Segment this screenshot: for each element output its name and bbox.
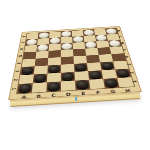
- black-man-glyph: ⛂: [104, 78, 118, 87]
- white-man-glyph: ⛀: [61, 31, 71, 37]
- rank-label-2: 2: [124, 70, 139, 75]
- rank-label-5: 5: [117, 48, 130, 52]
- white-man-glyph: ⛀: [85, 41, 96, 47]
- white-man-glyph: ⛀: [62, 43, 73, 49]
- checkers-board[interactable]: ⛀⛀⛀⛀⛀⛀⛀⛀⛀⛀⛀⛀⛂⛂⛂⛂⛂⛂⛂⛂⛂⛂⛂⛂ ABCDEFGH 876543…: [8, 26, 142, 100]
- checker-black[interactable]: ⛂: [47, 82, 60, 91]
- checker-black[interactable]: ⛂: [76, 80, 89, 89]
- black-man-glyph: ⛂: [76, 80, 89, 89]
- black-man-glyph: ⛂: [89, 70, 102, 78]
- rank-label-1: 1: [7, 86, 22, 91]
- rank-label-3: 3: [122, 62, 136, 67]
- white-man-glyph: ⛀: [84, 30, 95, 36]
- white-man-glyph: ⛀: [37, 44, 48, 50]
- black-man-glyph: ⛂: [75, 63, 87, 71]
- rank-label-6: 6: [116, 41, 129, 45]
- black-man-glyph: ⛂: [48, 65, 60, 73]
- checker-black[interactable]: ⛂: [75, 63, 87, 71]
- rank-label-7: 7: [114, 35, 127, 39]
- checker-black[interactable]: ⛂: [101, 62, 114, 70]
- rank-label-8: 8: [112, 29, 124, 32]
- black-man-glyph: ⛂: [62, 72, 74, 80]
- checker-white[interactable]: ⛀: [85, 41, 96, 47]
- white-man-glyph: ⛀: [96, 35, 107, 41]
- checker-white[interactable]: ⛀: [62, 43, 73, 49]
- checker-white[interactable]: ⛀: [96, 35, 107, 41]
- white-man-glyph: ⛀: [73, 36, 84, 42]
- board-perspective-wrapper: ⛀⛀⛀⛀⛀⛀⛀⛀⛀⛀⛀⛀⛂⛂⛂⛂⛂⛂⛂⛂⛂⛂⛂⛂ ABCDEFGH 876543…: [0, 0, 142, 107]
- rank-label-1: 1: [126, 79, 142, 84]
- checker-black[interactable]: ⛂: [48, 65, 60, 73]
- rank-label-4: 4: [119, 55, 133, 59]
- black-man-glyph: ⛂: [47, 82, 60, 91]
- checker-black[interactable]: ⛂: [62, 72, 74, 80]
- white-man-glyph: ⛀: [50, 37, 60, 43]
- black-man-glyph: ⛂: [101, 62, 114, 70]
- black-man-glyph: ⛂: [34, 74, 47, 82]
- white-man-glyph: ⛀: [39, 32, 49, 38]
- checker-white[interactable]: ⛀: [50, 37, 60, 43]
- hinge-clasp: [75, 97, 77, 101]
- checker-white[interactable]: ⛀: [84, 30, 95, 36]
- checker-white[interactable]: ⛀: [37, 44, 48, 50]
- checker-black[interactable]: ⛂: [89, 70, 102, 78]
- product-photo-scene: ⛀⛀⛀⛀⛀⛀⛀⛀⛀⛀⛀⛀⛂⛂⛂⛂⛂⛂⛂⛂⛂⛂⛂⛂ ABCDEFGH 876543…: [0, 0, 150, 150]
- checker-white[interactable]: ⛀: [61, 31, 71, 37]
- checker-white[interactable]: ⛀: [73, 36, 84, 42]
- checker-white[interactable]: ⛀: [39, 32, 49, 38]
- checker-black[interactable]: ⛂: [34, 74, 47, 82]
- checker-black[interactable]: ⛂: [104, 78, 118, 87]
